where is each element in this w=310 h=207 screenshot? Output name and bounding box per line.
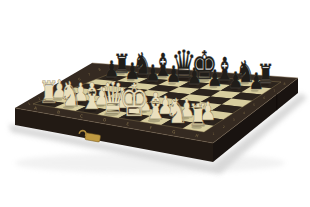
piece-white-knight-b1: ♞ bbox=[59, 74, 82, 114]
piece-black-pawn-g7: ♟ bbox=[228, 66, 243, 93]
rank-label-right-1: 1 bbox=[213, 132, 215, 136]
piece-white-rook-h1: ♜ bbox=[188, 98, 208, 133]
piece-black-pawn-h7: ♟ bbox=[249, 68, 264, 95]
piece-black-pawn-e7: ♟ bbox=[187, 63, 202, 90]
rank-label-right-8: 8 bbox=[283, 82, 285, 86]
piece-white-knight-g1: ♞ bbox=[165, 91, 188, 131]
rank-label-right-2: 2 bbox=[223, 125, 225, 129]
product-photo: Overhead product photo of an open foldin… bbox=[0, 0, 310, 207]
rank-label-right-6: 6 bbox=[263, 96, 265, 100]
piece-white-bishop-f1: ♝ bbox=[143, 85, 167, 128]
chess-board-photo: Overhead product photo of an open foldin… bbox=[0, 0, 310, 207]
rank-label-right-4: 4 bbox=[243, 111, 245, 115]
piece-white-rook-a1: ♜ bbox=[39, 74, 59, 109]
piece-black-pawn-d7: ♟ bbox=[166, 61, 181, 88]
rank-label-right-5: 5 bbox=[253, 103, 255, 107]
piece-black-pawn-f7: ♟ bbox=[207, 64, 222, 91]
rank-label-right-3: 3 bbox=[233, 118, 235, 122]
drop-shadow-soft bbox=[15, 153, 285, 173]
